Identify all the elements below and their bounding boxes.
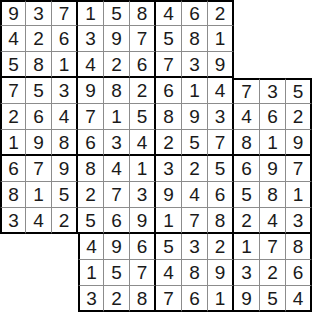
- cell-r6c8[interactable]: 5: [182, 130, 208, 156]
- cell-r4c1[interactable]: 7: [0, 78, 26, 104]
- cell-r9c5[interactable]: 6: [104, 208, 130, 234]
- outside-cell: [260, 26, 286, 52]
- cell-r7c11[interactable]: 9: [260, 156, 286, 182]
- cell-r8c5[interactable]: 7: [104, 182, 130, 208]
- cell-r5c2[interactable]: 6: [26, 104, 52, 130]
- cell-r5c11[interactable]: 6: [260, 104, 286, 130]
- cell-r9c9[interactable]: 8: [208, 208, 234, 234]
- cell-r9c10[interactable]: 2: [234, 208, 260, 234]
- cell-r5c12[interactable]: 2: [286, 104, 312, 130]
- cell-r6c7[interactable]: 2: [156, 130, 182, 156]
- cell-r7c12[interactable]: 7: [286, 156, 312, 182]
- cell-r12c5[interactable]: 2: [104, 286, 130, 312]
- cell-r8c4[interactable]: 2: [78, 182, 104, 208]
- outside-cell: [0, 286, 26, 312]
- cell-r1c9[interactable]: 2: [208, 0, 234, 26]
- cell-r6c6[interactable]: 4: [130, 130, 156, 156]
- cell-r3c1[interactable]: 5: [0, 52, 26, 78]
- cell-r4c2[interactable]: 5: [26, 78, 52, 104]
- cell-r5c5[interactable]: 1: [104, 104, 130, 130]
- cell-r4c9[interactable]: 4: [208, 78, 234, 104]
- cell-r2c8[interactable]: 8: [182, 26, 208, 52]
- cell-r2c9[interactable]: 1: [208, 26, 234, 52]
- cell-r7c9[interactable]: 5: [208, 156, 234, 182]
- cell-r1c3[interactable]: 7: [52, 0, 78, 26]
- outside-cell: [234, 52, 260, 78]
- cell-r3c6[interactable]: 6: [130, 52, 156, 78]
- cell-r7c5[interactable]: 4: [104, 156, 130, 182]
- outside-cell: [26, 260, 52, 286]
- cell-r3c3[interactable]: 1: [52, 52, 78, 78]
- cell-r11c4[interactable]: 1: [78, 260, 104, 286]
- cell-r5c9[interactable]: 3: [208, 104, 234, 130]
- cell-r2c3[interactable]: 6: [52, 26, 78, 52]
- cell-r7c10[interactable]: 6: [234, 156, 260, 182]
- cell-r4c4[interactable]: 9: [78, 78, 104, 104]
- cell-r11c8[interactable]: 8: [182, 260, 208, 286]
- cell-r7c1[interactable]: 6: [0, 156, 26, 182]
- cell-r4c12[interactable]: 5: [286, 78, 312, 104]
- cell-r11c5[interactable]: 5: [104, 260, 130, 286]
- cell-r3c2[interactable]: 8: [26, 52, 52, 78]
- cell-r3c7[interactable]: 7: [156, 52, 182, 78]
- cell-r5c10[interactable]: 4: [234, 104, 260, 130]
- outside-cell: [52, 234, 78, 260]
- cell-r3c5[interactable]: 2: [104, 52, 130, 78]
- cell-r9c11[interactable]: 4: [260, 208, 286, 234]
- cell-r4c11[interactable]: 3: [260, 78, 286, 104]
- cell-r9c2[interactable]: 4: [26, 208, 52, 234]
- cell-r2c1[interactable]: 4: [0, 26, 26, 52]
- cell-r7c6[interactable]: 1: [130, 156, 156, 182]
- outside-cell: [52, 286, 78, 312]
- cell-r1c6[interactable]: 8: [130, 0, 156, 26]
- cell-r9c12[interactable]: 3: [286, 208, 312, 234]
- cell-r9c7[interactable]: 1: [156, 208, 182, 234]
- outside-cell: [286, 0, 312, 26]
- outside-cell: [0, 260, 26, 286]
- cell-r11c7[interactable]: 4: [156, 260, 182, 286]
- outside-cell: [234, 26, 260, 52]
- cell-r5c6[interactable]: 5: [130, 104, 156, 130]
- cell-r6c2[interactable]: 9: [26, 130, 52, 156]
- cell-r7c2[interactable]: 7: [26, 156, 52, 182]
- cell-r8c12[interactable]: 1: [286, 182, 312, 208]
- cell-r11c11[interactable]: 2: [260, 260, 286, 286]
- cell-r4c8[interactable]: 1: [182, 78, 208, 104]
- cell-r11c10[interactable]: 3: [234, 260, 260, 286]
- cell-r7c3[interactable]: 9: [52, 156, 78, 182]
- cell-r6c12[interactable]: 9: [286, 130, 312, 156]
- cell-r2c6[interactable]: 7: [130, 26, 156, 52]
- cell-r12c9[interactable]: 1: [208, 286, 234, 312]
- cell-r3c8[interactable]: 3: [182, 52, 208, 78]
- cell-r1c7[interactable]: 4: [156, 0, 182, 26]
- cell-r8c9[interactable]: 6: [208, 182, 234, 208]
- cell-r6c11[interactable]: 1: [260, 130, 286, 156]
- cell-r3c4[interactable]: 4: [78, 52, 104, 78]
- outside-cell: [26, 234, 52, 260]
- cell-r1c5[interactable]: 5: [104, 0, 130, 26]
- cell-r1c8[interactable]: 6: [182, 0, 208, 26]
- cell-r10c8[interactable]: 3: [182, 234, 208, 260]
- cell-r3c9[interactable]: 9: [208, 52, 234, 78]
- cell-r12c10[interactable]: 9: [234, 286, 260, 312]
- cell-r7c7[interactable]: 3: [156, 156, 182, 182]
- cell-r8c6[interactable]: 3: [130, 182, 156, 208]
- cell-r9c1[interactable]: 3: [0, 208, 26, 234]
- cell-r6c10[interactable]: 8: [234, 130, 260, 156]
- cell-r8c1[interactable]: 8: [0, 182, 26, 208]
- cell-r12c6[interactable]: 8: [130, 286, 156, 312]
- cell-r5c1[interactable]: 2: [0, 104, 26, 130]
- outside-cell: [52, 260, 78, 286]
- cell-r1c2[interactable]: 3: [26, 0, 52, 26]
- cell-r12c8[interactable]: 6: [182, 286, 208, 312]
- cell-r12c12[interactable]: 4: [286, 286, 312, 312]
- cell-r10c5[interactable]: 9: [104, 234, 130, 260]
- cell-r6c4[interactable]: 6: [78, 130, 104, 156]
- cell-r7c8[interactable]: 2: [182, 156, 208, 182]
- cell-r9c6[interactable]: 9: [130, 208, 156, 234]
- cell-r6c5[interactable]: 3: [104, 130, 130, 156]
- cell-r5c8[interactable]: 9: [182, 104, 208, 130]
- cell-r5c7[interactable]: 8: [156, 104, 182, 130]
- cell-r8c10[interactable]: 5: [234, 182, 260, 208]
- cell-r6c9[interactable]: 7: [208, 130, 234, 156]
- cell-r4c7[interactable]: 6: [156, 78, 182, 104]
- outside-cell: [260, 52, 286, 78]
- cell-r7c4[interactable]: 8: [78, 156, 104, 182]
- cell-r10c4[interactable]: 4: [78, 234, 104, 260]
- cell-r2c7[interactable]: 5: [156, 26, 182, 52]
- cell-r9c3[interactable]: 2: [52, 208, 78, 234]
- cell-r8c8[interactable]: 4: [182, 182, 208, 208]
- cell-r12c7[interactable]: 7: [156, 286, 182, 312]
- cell-r2c2[interactable]: 2: [26, 26, 52, 52]
- cell-r9c4[interactable]: 5: [78, 208, 104, 234]
- outside-cell: [260, 0, 286, 26]
- outside-cell: [0, 234, 26, 260]
- cell-r6c3[interactable]: 8: [52, 130, 78, 156]
- cell-r5c4[interactable]: 7: [78, 104, 104, 130]
- outside-cell: [234, 0, 260, 26]
- cell-r8c2[interactable]: 1: [26, 182, 52, 208]
- cell-r10c9[interactable]: 2: [208, 234, 234, 260]
- cell-r2c4[interactable]: 3: [78, 26, 104, 52]
- cell-r10c7[interactable]: 5: [156, 234, 182, 260]
- cell-r10c12[interactable]: 8: [286, 234, 312, 260]
- cell-r4c5[interactable]: 8: [104, 78, 130, 104]
- outside-cell: [286, 26, 312, 52]
- cell-r10c6[interactable]: 6: [130, 234, 156, 260]
- twodoku-board: 9371584624263975815814267397539826147352…: [0, 0, 312, 312]
- cell-r11c9[interactable]: 9: [208, 260, 234, 286]
- cell-r4c6[interactable]: 2: [130, 78, 156, 104]
- cell-r4c3[interactable]: 3: [52, 78, 78, 104]
- outside-cell: [286, 52, 312, 78]
- cell-r2c5[interactable]: 9: [104, 26, 130, 52]
- cell-r4c10[interactable]: 7: [234, 78, 260, 104]
- cell-r12c11[interactable]: 5: [260, 286, 286, 312]
- cell-r9c8[interactable]: 7: [182, 208, 208, 234]
- cell-r8c3[interactable]: 5: [52, 182, 78, 208]
- cell-r11c12[interactable]: 6: [286, 260, 312, 286]
- cell-r6c1[interactable]: 1: [0, 130, 26, 156]
- cell-r1c1[interactable]: 9: [0, 0, 26, 26]
- cell-r8c11[interactable]: 8: [260, 182, 286, 208]
- cell-r8c7[interactable]: 9: [156, 182, 182, 208]
- cell-r11c6[interactable]: 7: [130, 260, 156, 286]
- cell-r5c3[interactable]: 4: [52, 104, 78, 130]
- outside-cell: [26, 286, 52, 312]
- cell-r10c10[interactable]: 1: [234, 234, 260, 260]
- cell-r10c11[interactable]: 7: [260, 234, 286, 260]
- cell-r12c4[interactable]: 3: [78, 286, 104, 312]
- cell-r1c4[interactable]: 1: [78, 0, 104, 26]
